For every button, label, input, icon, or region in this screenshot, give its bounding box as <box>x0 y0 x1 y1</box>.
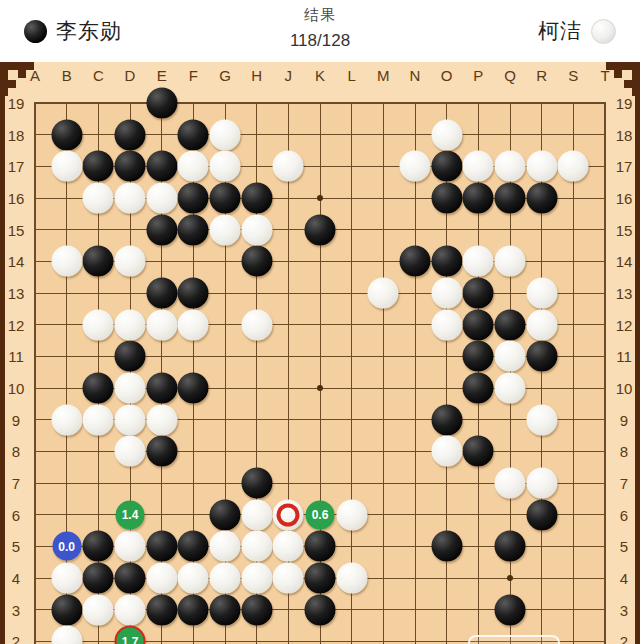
stone-black-C17 <box>83 151 114 182</box>
star-point <box>507 575 513 581</box>
col-label: A <box>30 67 40 84</box>
stone-black-K3 <box>305 594 336 625</box>
stone-white-Q17 <box>495 151 526 182</box>
col-label: K <box>315 67 325 84</box>
col-label: P <box>473 67 483 84</box>
stone-black-D4 <box>115 563 146 594</box>
stone-black-O16 <box>431 183 462 214</box>
stone-white-B14 <box>51 246 82 277</box>
stone-black-F3 <box>178 594 209 625</box>
row-label-left: 14 <box>8 253 25 270</box>
stone-white-R7 <box>526 468 557 499</box>
stone-black-Q12 <box>495 309 526 340</box>
stone-white-Q14 <box>495 246 526 277</box>
grid-line-vertical <box>34 103 36 644</box>
stone-white-B9 <box>51 404 82 435</box>
stone-white-G5 <box>210 531 241 562</box>
stone-black-P11 <box>463 341 494 372</box>
col-label: D <box>125 67 136 84</box>
col-label: J <box>285 67 293 84</box>
col-label: B <box>62 67 72 84</box>
row-label-right: 8 <box>620 443 628 460</box>
row-label-right: 9 <box>620 411 628 428</box>
stone-black-O14 <box>431 246 462 277</box>
stone-black-E19 <box>146 88 177 119</box>
row-label-left: 16 <box>8 190 25 207</box>
row-label-left: 5 <box>12 538 20 555</box>
stone-white-R13 <box>526 278 557 309</box>
stone-white-B4 <box>51 563 82 594</box>
col-label: L <box>347 67 355 84</box>
stone-white-Q7 <box>495 468 526 499</box>
stone-white-O8 <box>431 436 462 467</box>
stone-white-D3 <box>115 594 146 625</box>
row-label-left: 15 <box>8 221 25 238</box>
row-label-right: 12 <box>616 316 633 333</box>
white-player: 柯洁 <box>538 0 616 62</box>
stone-black-D11 <box>115 341 146 372</box>
stone-black-P16 <box>463 183 494 214</box>
row-label-right: 5 <box>620 538 628 555</box>
stone-black-P13 <box>463 278 494 309</box>
stone-black-C10 <box>83 373 114 404</box>
stone-black-Q5 <box>495 531 526 562</box>
stone-black-K5 <box>305 531 336 562</box>
stone-white-H6 <box>241 499 272 530</box>
stone-black-H16 <box>241 183 272 214</box>
stone-white-O12 <box>431 309 462 340</box>
grid-line-vertical <box>415 103 416 644</box>
stone-white-L6 <box>336 499 367 530</box>
row-label-right: 15 <box>616 221 633 238</box>
row-label-right: 2 <box>620 633 628 644</box>
last-move-marker <box>277 503 300 526</box>
row-label-right: 3 <box>620 601 628 618</box>
col-label: S <box>568 67 578 84</box>
stone-black-C5 <box>83 531 114 562</box>
grid-line-horizontal <box>34 293 606 294</box>
grid-line-vertical <box>573 103 574 644</box>
stone-white-J5 <box>273 531 304 562</box>
row-label-left: 10 <box>8 380 25 397</box>
stone-black-P10 <box>463 373 494 404</box>
row-label-left: 11 <box>8 348 24 365</box>
stone-white-E4 <box>146 563 177 594</box>
stone-black-F5 <box>178 531 209 562</box>
stone-black-E8 <box>146 436 177 467</box>
stone-white-H4 <box>241 563 272 594</box>
stone-white-P17 <box>463 151 494 182</box>
stone-black-O9 <box>431 404 462 435</box>
row-label-right: 14 <box>616 253 633 270</box>
stone-white-E12 <box>146 309 177 340</box>
col-label: G <box>219 67 231 84</box>
stone-white-Q10 <box>495 373 526 404</box>
stone-black-H7 <box>241 468 272 499</box>
stone-black-B3 <box>51 594 82 625</box>
stone-black-P12 <box>463 309 494 340</box>
stone-white-R9 <box>526 404 557 435</box>
row-label-right: 17 <box>616 158 633 175</box>
stone-black-G3 <box>210 594 241 625</box>
col-label: R <box>536 67 547 84</box>
star-point <box>317 195 323 201</box>
row-label-left: 9 <box>12 411 20 428</box>
stone-black-F16 <box>178 183 209 214</box>
cutoff-popup <box>468 635 560 644</box>
stone-black-F10 <box>178 373 209 404</box>
stone-white-F4 <box>178 563 209 594</box>
stone-black-E17 <box>146 151 177 182</box>
stone-black-R16 <box>526 183 557 214</box>
col-label: Q <box>504 67 516 84</box>
row-label-left: 17 <box>8 158 25 175</box>
stone-white-S17 <box>558 151 589 182</box>
row-label-left: 7 <box>12 475 20 492</box>
stone-white-D5 <box>115 531 146 562</box>
board-frame-right <box>635 96 640 644</box>
stone-white-L4 <box>336 563 367 594</box>
stone-black-E10 <box>146 373 177 404</box>
stone-white-D14 <box>115 246 146 277</box>
col-label: E <box>157 67 167 84</box>
stone-white-E16 <box>146 183 177 214</box>
stone-white-P14 <box>463 246 494 277</box>
stone-white-D9 <box>115 404 146 435</box>
grid-line-horizontal <box>34 102 606 104</box>
stone-black-K15 <box>305 214 336 245</box>
game-header: 李东勋 结果 118/128 柯洁 <box>0 0 640 62</box>
stone-black-Q3 <box>495 594 526 625</box>
stone-white-O13 <box>431 278 462 309</box>
stone-black-F18 <box>178 119 209 150</box>
ai-score-badge-K6: 0.6 <box>306 500 335 529</box>
stone-black-R6 <box>526 499 557 530</box>
stone-black-G6 <box>210 499 241 530</box>
stone-white-C16 <box>83 183 114 214</box>
row-label-right: 11 <box>616 348 632 365</box>
stone-black-R11 <box>526 341 557 372</box>
stone-white-G15 <box>210 214 241 245</box>
col-label: O <box>441 67 453 84</box>
col-label: M <box>377 67 390 84</box>
stone-black-C14 <box>83 246 114 277</box>
stone-black-Q16 <box>495 183 526 214</box>
row-label-left: 19 <box>8 95 25 112</box>
stone-black-N14 <box>400 246 431 277</box>
stone-white-D8 <box>115 436 146 467</box>
stone-black-E15 <box>146 214 177 245</box>
stone-black-C4 <box>83 563 114 594</box>
stone-white-G4 <box>210 563 241 594</box>
col-label: F <box>189 67 198 84</box>
stone-black-K4 <box>305 563 336 594</box>
stone-black-D18 <box>115 119 146 150</box>
row-label-left: 8 <box>12 443 20 460</box>
stone-white-F12 <box>178 309 209 340</box>
row-label-right: 6 <box>620 506 628 523</box>
stone-black-F15 <box>178 214 209 245</box>
stone-white-N17 <box>400 151 431 182</box>
white-player-name: 柯洁 <box>538 17 582 45</box>
stone-black-O5 <box>431 531 462 562</box>
stone-white-J4 <box>273 563 304 594</box>
ai-score-badge-B5: 0.0 <box>52 532 81 561</box>
grid-line-vertical <box>383 103 384 644</box>
row-label-right: 18 <box>616 126 633 143</box>
stone-white-E9 <box>146 404 177 435</box>
stone-white-J17 <box>273 151 304 182</box>
row-label-left: 18 <box>8 126 25 143</box>
stone-white-D12 <box>115 309 146 340</box>
stone-white-H15 <box>241 214 272 245</box>
col-label: C <box>93 67 104 84</box>
col-label: T <box>600 67 609 84</box>
star-point <box>317 385 323 391</box>
stone-white-C9 <box>83 404 114 435</box>
stone-black-B18 <box>51 119 82 150</box>
row-label-left: 3 <box>12 601 20 618</box>
stone-black-P8 <box>463 436 494 467</box>
stone-black-E5 <box>146 531 177 562</box>
grid-line-vertical <box>604 103 606 644</box>
row-label-left: 12 <box>8 316 25 333</box>
stone-white-R17 <box>526 151 557 182</box>
go-board[interactable]: ABCDEFGHJKLMNOPQRST191918181717161615151… <box>0 62 640 644</box>
stone-black-O17 <box>431 151 462 182</box>
stone-white-B17 <box>51 151 82 182</box>
stone-black-E3 <box>146 594 177 625</box>
row-label-left: 4 <box>12 570 20 587</box>
stone-white-C3 <box>83 594 114 625</box>
stone-white-M13 <box>368 278 399 309</box>
row-label-right: 16 <box>616 190 633 207</box>
col-label: H <box>251 67 262 84</box>
stone-white-C12 <box>83 309 114 340</box>
row-label-right: 13 <box>616 285 633 302</box>
ai-score-badge-D6: 1.4 <box>116 500 145 529</box>
row-label-left: 2 <box>12 633 20 644</box>
stone-black-F13 <box>178 278 209 309</box>
stone-black-D17 <box>115 151 146 182</box>
col-label: N <box>410 67 421 84</box>
stone-white-D10 <box>115 373 146 404</box>
stone-white-R12 <box>526 309 557 340</box>
stone-white-D16 <box>115 183 146 214</box>
stone-black-G16 <box>210 183 241 214</box>
row-label-right: 19 <box>616 95 633 112</box>
row-label-right: 4 <box>620 570 628 587</box>
stone-white-G17 <box>210 151 241 182</box>
stone-white-O18 <box>431 119 462 150</box>
stone-white-G18 <box>210 119 241 150</box>
board-frame-left <box>0 96 5 644</box>
white-stone-icon <box>591 19 616 44</box>
stone-black-H3 <box>241 594 272 625</box>
row-label-left: 6 <box>12 506 20 523</box>
stone-white-Q11 <box>495 341 526 372</box>
stone-white-H5 <box>241 531 272 562</box>
stone-white-H12 <box>241 309 272 340</box>
stone-black-H14 <box>241 246 272 277</box>
row-label-right: 7 <box>620 475 628 492</box>
stone-black-E13 <box>146 278 177 309</box>
stone-white-F17 <box>178 151 209 182</box>
row-label-left: 13 <box>8 285 25 302</box>
row-label-right: 10 <box>616 380 633 397</box>
